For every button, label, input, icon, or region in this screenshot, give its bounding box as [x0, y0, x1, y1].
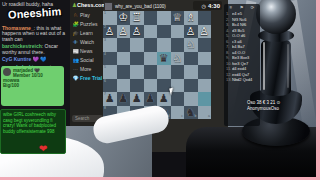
chess-piece[interactable]: ♟ [130, 92, 144, 106]
board-square[interactable] [144, 25, 158, 39]
chess-piece[interactable]: ♙ [184, 25, 198, 39]
board-square[interactable] [144, 79, 158, 93]
board-square[interactable] [184, 79, 198, 93]
board-square[interactable]: ♘ [184, 38, 198, 52]
frame-border-right [316, 0, 320, 180]
stream-screen: Ur roadkill buddy, haha Thomaswne_: this… [0, 0, 320, 180]
chess-piece[interactable]: ♗ [184, 11, 198, 25]
board-square[interactable]: 5 [103, 65, 117, 79]
sidebar-item-social[interactable]: 👥Social [70, 55, 103, 64]
frame-border-bottom [0, 177, 320, 180]
chess-piece[interactable]: ♕ [171, 11, 185, 25]
board-square[interactable] [157, 25, 171, 39]
opponent-player-bar: why_are_you_bad (1100) [104, 2, 204, 10]
opponent-clock: ◷ 4:30 [193, 1, 222, 10]
board-square[interactable]: 6 [103, 79, 117, 93]
move-row[interactable]: 13.Nbd2 Qxd4 [226, 77, 258, 83]
rank-label: 5 [104, 66, 106, 70]
board-square[interactable]: ♟ [130, 92, 144, 106]
board-square[interactable] [198, 38, 212, 52]
board-square[interactable] [198, 11, 212, 25]
board-square[interactable] [144, 38, 158, 52]
green-box-line: crazy! Wank of badplooted [3, 123, 63, 129]
file-label: c [181, 115, 183, 119]
move-text[interactable]: Nbd2 Qxd4 [232, 77, 258, 83]
sidebar-menu: ♘Play🧩Puzzles🎓Learn👁Watch📰News👥Social⋯Mo… [70, 10, 103, 82]
chess-piece[interactable]: ♙ [117, 25, 131, 39]
board-square[interactable]: ♘ [171, 52, 185, 66]
board-square[interactable] [117, 38, 131, 52]
board-square[interactable]: 3 [103, 38, 117, 52]
free-trial-icon: 💎 [72, 75, 79, 81]
board-square[interactable] [171, 38, 185, 52]
board-square[interactable] [198, 79, 212, 93]
member-alert-line: Big/100 [3, 83, 62, 88]
sidebar-item-label: Puzzles [80, 21, 98, 27]
chess-piece[interactable]: ♟ [157, 92, 171, 106]
chess-piece[interactable]: ♘ [184, 38, 198, 52]
opponent-avatar[interactable] [104, 2, 113, 11]
sidebar-item-label: News [80, 48, 93, 54]
chat-text: 💜 💙 [31, 56, 46, 62]
chat-message: Thomaswne_: this is what happens when u … [2, 26, 68, 43]
chess-logo[interactable]: ♟Chess.com [72, 2, 103, 8]
member-alert-box: marjaded 🖤 Member 10/10mowwaBig/100 [1, 66, 64, 106]
board-square[interactable] [157, 65, 171, 79]
social-icon: 👥 [72, 57, 79, 63]
clock-icon: ◷ [202, 3, 206, 9]
board-square[interactable] [157, 11, 171, 25]
puzzles-icon: 🧩 [72, 21, 79, 27]
board-square[interactable]: ♟ [157, 92, 171, 106]
chess-piece[interactable]: ♞ [184, 106, 198, 120]
board-square[interactable]: 1 [103, 11, 117, 25]
board-square[interactable]: ♙ [184, 25, 198, 39]
board-square[interactable]: ♟ [144, 92, 158, 106]
board-square[interactable] [171, 65, 185, 79]
board-square[interactable] [184, 92, 198, 106]
chess-logo-text: Chess.com [77, 2, 106, 8]
board-square[interactable] [184, 52, 198, 66]
rank-label: 3 [104, 39, 106, 43]
board-square[interactable]: 2♙ [103, 25, 117, 39]
board-square[interactable]: 7♟ [103, 92, 117, 106]
member-alert-lines: Member 10/10mowwaBig/100 [3, 73, 62, 88]
board-square[interactable]: ♛ [157, 52, 171, 66]
board-square[interactable]: 4 [103, 52, 117, 66]
rank-label: 4 [104, 53, 106, 57]
chat-message: CyG Kuntire 💜 💙 [2, 57, 68, 63]
sidebar-item-label: Social [80, 57, 94, 63]
chess-piece[interactable]: ♖ [130, 11, 144, 25]
board-square[interactable]: c [171, 106, 185, 120]
board-square[interactable] [198, 92, 212, 106]
stream-stats-overlay: Oso 38 € 3 21 ⊙AnonymousOso [247, 100, 280, 112]
board-square[interactable] [130, 79, 144, 93]
sidebar-item-learn[interactable]: 🎓Learn [70, 28, 103, 37]
watch-icon: 👁 [72, 39, 79, 45]
board-square[interactable]: ♙ [117, 25, 131, 39]
rank-label: 1 [104, 12, 106, 16]
board-square[interactable]: ♕ [171, 11, 185, 25]
board-square[interactable]: a [198, 106, 212, 120]
move-list[interactable]: 1.e4 e52.Nf3 Nc63.Bc4 Nf64.d3 Bc55.O-O d… [226, 11, 258, 83]
green-box-line: wibe GIRL coshreech wiby [3, 112, 63, 118]
board-square[interactable] [171, 25, 185, 39]
board-square[interactable] [157, 79, 171, 93]
board-square[interactable]: ♙ [130, 25, 144, 39]
sidebar-item-puzzles[interactable]: 🧩Puzzles [70, 19, 103, 28]
chess-piece[interactable]: ♙ [130, 25, 144, 39]
sidebar-item-free-trial[interactable]: 💎Free Trial [70, 73, 103, 82]
file-label: a [208, 115, 210, 119]
board-square[interactable]: ♔ [117, 11, 131, 25]
sidebar-item-label: Free Trial [80, 75, 102, 81]
clock-time: 4:30 [208, 3, 220, 9]
rank-label: 6 [104, 80, 106, 84]
rank-label: 8 [104, 107, 106, 111]
chess-piece[interactable]: ♔ [117, 11, 131, 25]
heart-icon: ❤ [39, 143, 47, 154]
board-square[interactable]: b♞ [184, 106, 198, 120]
chess-piece[interactable]: ♟ [117, 92, 131, 106]
sidebar-item-label: Watch [80, 39, 94, 45]
board-square[interactable] [130, 38, 144, 52]
chess-piece[interactable]: ♛ [157, 52, 171, 66]
chess-piece[interactable]: ♙ [198, 25, 212, 39]
chat-green-box: wibe GIRL coshreech wibycasg begt syvero… [0, 109, 66, 154]
chess-piece[interactable]: ♙ [103, 25, 117, 39]
board-square[interactable] [144, 52, 158, 66]
board-square[interactable] [117, 52, 131, 66]
sidebar-item-label: Learn [80, 30, 93, 36]
board-square[interactable] [130, 52, 144, 66]
chess-piece[interactable]: ♟ [144, 92, 158, 106]
opponent-name[interactable]: why_are_you_bad (1100) [115, 4, 166, 9]
chat-message-list: Thomaswne_: this is what happens when u … [0, 26, 70, 71]
chat-username[interactable]: CyG Kuntire [2, 56, 31, 62]
board-square[interactable] [198, 52, 212, 66]
board-square[interactable] [157, 38, 171, 52]
board-square[interactable]: ♟ [117, 92, 131, 106]
green-box-line: buddy offensistemate 998 [3, 129, 63, 135]
chess-piece[interactable]: ♘ [171, 52, 185, 66]
board-square[interactable]: ♖ [130, 11, 144, 25]
sidebar-item-label: Play [80, 12, 90, 18]
board-square[interactable] [117, 79, 131, 93]
chat-message: barchickestreich: Oscar worthy annul the… [2, 44, 68, 55]
board-square[interactable] [198, 65, 212, 79]
board-square[interactable]: ♙ [198, 25, 212, 39]
chess-piece[interactable]: ♟ [103, 92, 117, 106]
board-square[interactable] [144, 11, 158, 25]
learn-icon: 🎓 [72, 30, 79, 36]
sidebar-item-more[interactable]: ⋯More [70, 64, 103, 73]
sidebar-item-watch[interactable]: 👁Watch [70, 37, 103, 46]
member-avatar [3, 68, 11, 76]
stream-stat-line: AnonymousOso [247, 106, 280, 112]
more-icon: ⋯ [72, 66, 79, 72]
sidebar-item-label: More [80, 66, 91, 72]
play-icon: ♘ [72, 12, 79, 18]
sidebar-item-news[interactable]: 📰News [70, 46, 103, 55]
board-square[interactable] [144, 65, 158, 79]
chess-board[interactable]: 1♔♖♕♗2♙♙♙♙♙3♘4♛♘567♟♟♟♟♟8hgfe♝d♚cb♞a [103, 11, 211, 119]
board-square[interactable] [130, 65, 144, 79]
board-square[interactable]: ♗ [184, 11, 198, 25]
news-icon: 📰 [72, 48, 79, 54]
sidebar-item-play[interactable]: ♘Play [70, 10, 103, 19]
board-square[interactable] [117, 65, 131, 79]
board-square[interactable] [184, 65, 198, 79]
